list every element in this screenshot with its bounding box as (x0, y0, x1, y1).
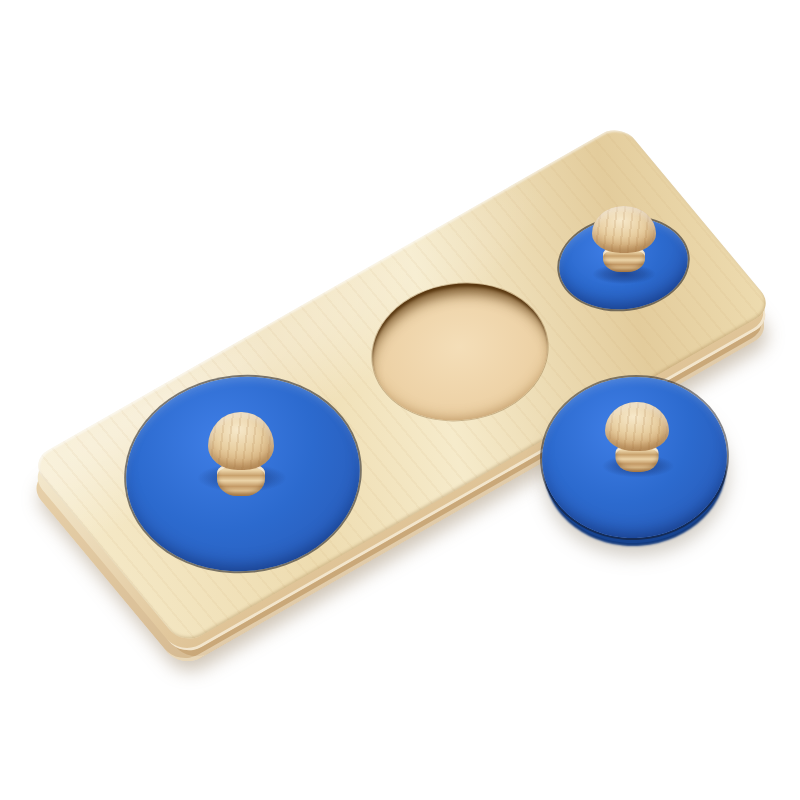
large-piece-knob[interactable] (208, 412, 274, 496)
puzzle-scene (0, 0, 800, 800)
knob-cap (592, 206, 656, 253)
small-piece-knob[interactable] (592, 206, 656, 272)
knob-cap (208, 412, 274, 470)
medium-piece-knob[interactable] (605, 402, 669, 472)
knob-cap (605, 402, 669, 451)
